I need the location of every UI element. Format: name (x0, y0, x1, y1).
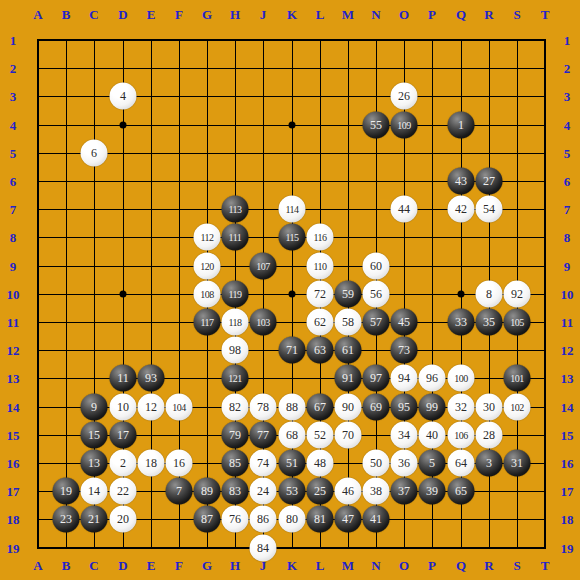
col-label-top-H: H (230, 8, 240, 21)
stone-black-119[interactable]: 119 (222, 281, 249, 308)
row-label-left-3: 3 (10, 90, 17, 103)
col-label-top-A: A (33, 8, 42, 21)
col-label-top-J: J (260, 8, 267, 21)
col-label-top-T: T (541, 8, 550, 21)
row-label-left-19: 19 (7, 542, 20, 555)
stone-white-36[interactable]: 36 (391, 450, 418, 477)
col-label-top-G: G (202, 8, 212, 21)
row-label-left-1: 1 (10, 34, 17, 47)
col-label-bottom-K: K (287, 559, 297, 572)
col-label-top-L: L (316, 8, 325, 21)
stone-white-52[interactable]: 52 (307, 422, 334, 449)
row-label-left-6: 6 (10, 175, 17, 188)
stone-black-111[interactable]: 111 (222, 224, 249, 251)
row-label-left-16: 16 (7, 457, 20, 470)
stone-white-6[interactable]: 6 (81, 140, 108, 167)
grid-line-vertical-T (544, 39, 546, 549)
stone-black-73[interactable]: 73 (391, 337, 418, 364)
stone-black-45[interactable]: 45 (391, 309, 418, 336)
col-label-bottom-G: G (202, 559, 212, 572)
stone-black-31[interactable]: 31 (504, 450, 531, 477)
col-label-top-E: E (147, 8, 156, 21)
stone-black-1[interactable]: 1 (448, 112, 475, 139)
stone-black-107[interactable]: 107 (250, 253, 277, 280)
row-label-right-6: 6 (564, 175, 571, 188)
row-label-right-1: 1 (564, 34, 571, 47)
stone-white-18[interactable]: 18 (138, 450, 165, 477)
row-label-right-5: 5 (564, 147, 571, 160)
stone-black-83[interactable]: 83 (222, 478, 249, 505)
stone-white-86[interactable]: 86 (250, 506, 277, 533)
stone-black-21[interactable]: 21 (81, 506, 108, 533)
row-label-right-18: 18 (561, 513, 574, 526)
row-label-left-2: 2 (10, 62, 17, 75)
col-label-top-N: N (371, 8, 380, 21)
row-label-right-14: 14 (561, 401, 574, 414)
stone-black-25[interactable]: 25 (307, 478, 334, 505)
stone-black-43[interactable]: 43 (448, 168, 475, 195)
col-label-top-P: P (428, 8, 436, 21)
stone-white-106[interactable]: 106 (448, 422, 475, 449)
stone-white-38[interactable]: 38 (363, 478, 390, 505)
col-label-bottom-A: A (33, 559, 42, 572)
stone-white-90[interactable]: 90 (335, 394, 362, 421)
row-label-left-5: 5 (10, 147, 17, 160)
col-label-top-D: D (118, 8, 127, 21)
star-point-K4 (289, 122, 296, 129)
go-app-window: { "game": "go", "board": { "size": 19, "… (0, 0, 580, 580)
row-label-left-11: 11 (7, 316, 19, 329)
col-label-bottom-O: O (399, 559, 409, 572)
stone-white-112[interactable]: 112 (194, 224, 221, 251)
stone-black-3[interactable]: 3 (476, 450, 503, 477)
stone-white-8[interactable]: 8 (476, 281, 503, 308)
stone-black-11[interactable]: 11 (110, 365, 137, 392)
stone-white-2[interactable]: 2 (110, 450, 137, 477)
star-point-D10 (120, 291, 127, 298)
stone-black-117[interactable]: 117 (194, 309, 221, 336)
stone-white-26[interactable]: 26 (391, 83, 418, 110)
stone-black-19[interactable]: 19 (53, 478, 80, 505)
row-label-left-10: 10 (7, 288, 20, 301)
stone-black-77[interactable]: 77 (250, 422, 277, 449)
row-label-right-10: 10 (561, 288, 574, 301)
row-label-right-3: 3 (564, 90, 571, 103)
row-label-right-7: 7 (564, 203, 571, 216)
stone-black-69[interactable]: 69 (363, 394, 390, 421)
stone-white-42[interactable]: 42 (448, 196, 475, 223)
stone-white-72[interactable]: 72 (307, 281, 334, 308)
stone-white-60[interactable]: 60 (363, 253, 390, 280)
row-label-left-13: 13 (7, 372, 20, 385)
stone-black-17[interactable]: 17 (110, 422, 137, 449)
row-label-right-4: 4 (564, 119, 571, 132)
col-label-bottom-D: D (118, 559, 127, 572)
stone-white-92[interactable]: 92 (504, 281, 531, 308)
col-label-bottom-R: R (484, 559, 493, 572)
stone-white-62[interactable]: 62 (307, 309, 334, 336)
stone-white-76[interactable]: 76 (222, 506, 249, 533)
stone-black-51[interactable]: 51 (279, 450, 306, 477)
col-label-bottom-T: T (541, 559, 550, 572)
col-label-bottom-Q: Q (456, 559, 466, 572)
stone-black-9[interactable]: 9 (81, 394, 108, 421)
col-label-top-B: B (62, 8, 71, 21)
stone-white-30[interactable]: 30 (476, 394, 503, 421)
col-label-bottom-B: B (62, 559, 71, 572)
stone-white-116[interactable]: 116 (307, 224, 334, 251)
stone-white-32[interactable]: 32 (448, 394, 475, 421)
col-label-top-S: S (513, 8, 520, 21)
stone-white-28[interactable]: 28 (476, 422, 503, 449)
row-label-right-15: 15 (561, 429, 574, 442)
grid-line-horizontal-19 (37, 547, 546, 549)
col-label-bottom-N: N (371, 559, 380, 572)
row-label-left-7: 7 (10, 203, 17, 216)
stone-white-40[interactable]: 40 (419, 422, 446, 449)
stone-white-118[interactable]: 118 (222, 309, 249, 336)
stone-white-56[interactable]: 56 (363, 281, 390, 308)
col-label-top-C: C (89, 8, 98, 21)
stone-white-82[interactable]: 82 (222, 394, 249, 421)
stone-white-12[interactable]: 12 (138, 394, 165, 421)
row-label-right-8: 8 (564, 231, 571, 244)
stone-white-16[interactable]: 16 (166, 450, 193, 477)
stone-white-100[interactable]: 100 (448, 365, 475, 392)
col-label-bottom-C: C (89, 559, 98, 572)
col-label-bottom-M: M (342, 559, 354, 572)
stone-black-87[interactable]: 87 (194, 506, 221, 533)
row-label-right-16: 16 (561, 457, 574, 470)
stone-white-10[interactable]: 10 (110, 394, 137, 421)
star-point-Q10 (458, 291, 465, 298)
stone-black-89[interactable]: 89 (194, 478, 221, 505)
stone-white-114[interactable]: 114 (279, 196, 306, 223)
col-label-bottom-P: P (428, 559, 436, 572)
stone-black-47[interactable]: 47 (335, 506, 362, 533)
stone-white-54[interactable]: 54 (476, 196, 503, 223)
col-label-top-Q: Q (456, 8, 466, 21)
col-label-bottom-F: F (175, 559, 183, 572)
stone-black-81[interactable]: 81 (307, 506, 334, 533)
stone-white-78[interactable]: 78 (250, 394, 277, 421)
stone-white-24[interactable]: 24 (250, 478, 277, 505)
stone-black-113[interactable]: 113 (222, 196, 249, 223)
stone-white-46[interactable]: 46 (335, 478, 362, 505)
row-label-right-11: 11 (561, 316, 573, 329)
stone-black-115[interactable]: 115 (279, 224, 306, 251)
stone-black-23[interactable]: 23 (53, 506, 80, 533)
stone-black-103[interactable]: 103 (250, 309, 277, 336)
stone-black-91[interactable]: 91 (335, 365, 362, 392)
star-point-D4 (120, 122, 127, 129)
stone-white-80[interactable]: 80 (279, 506, 306, 533)
col-label-bottom-H: H (230, 559, 240, 572)
stone-white-4[interactable]: 4 (110, 83, 137, 110)
stone-black-65[interactable]: 65 (448, 478, 475, 505)
stone-black-41[interactable]: 41 (363, 506, 390, 533)
row-label-right-9: 9 (564, 260, 571, 273)
col-label-top-M: M (342, 8, 354, 21)
stone-black-53[interactable]: 53 (279, 478, 306, 505)
stone-white-20[interactable]: 20 (110, 506, 137, 533)
stone-white-102[interactable]: 102 (504, 394, 531, 421)
col-label-top-R: R (484, 8, 493, 21)
stone-white-120[interactable]: 120 (194, 253, 221, 280)
stone-black-109[interactable]: 109 (391, 112, 418, 139)
stone-black-71[interactable]: 71 (279, 337, 306, 364)
stone-black-27[interactable]: 27 (476, 168, 503, 195)
stone-white-84[interactable]: 84 (250, 535, 277, 562)
stone-white-70[interactable]: 70 (335, 422, 362, 449)
stone-black-61[interactable]: 61 (335, 337, 362, 364)
row-label-left-15: 15 (7, 429, 20, 442)
stone-black-85[interactable]: 85 (222, 450, 249, 477)
stone-black-79[interactable]: 79 (222, 422, 249, 449)
stone-black-97[interactable]: 97 (363, 365, 390, 392)
go-board[interactable]: AA11BB22CC33DD44EE55FF66GG77HH88JJ99KK10… (0, 0, 580, 580)
stone-black-59[interactable]: 59 (335, 281, 362, 308)
stone-white-48[interactable]: 48 (307, 450, 334, 477)
stone-black-55[interactable]: 55 (363, 112, 390, 139)
star-point-K10 (289, 291, 296, 298)
row-label-left-8: 8 (10, 231, 17, 244)
col-label-bottom-L: L (316, 559, 325, 572)
stone-black-101[interactable]: 101 (504, 365, 531, 392)
stone-black-7[interactable]: 7 (166, 478, 193, 505)
stone-black-13[interactable]: 13 (81, 450, 108, 477)
row-label-right-19: 19 (561, 542, 574, 555)
stone-white-104[interactable]: 104 (166, 394, 193, 421)
stone-black-33[interactable]: 33 (448, 309, 475, 336)
col-label-top-O: O (399, 8, 409, 21)
stone-white-68[interactable]: 68 (279, 422, 306, 449)
col-label-top-F: F (175, 8, 183, 21)
stone-black-93[interactable]: 93 (138, 365, 165, 392)
row-label-right-13: 13 (561, 372, 574, 385)
stone-white-88[interactable]: 88 (279, 394, 306, 421)
stone-black-67[interactable]: 67 (307, 394, 334, 421)
stone-black-35[interactable]: 35 (476, 309, 503, 336)
stone-white-64[interactable]: 64 (448, 450, 475, 477)
stone-white-14[interactable]: 14 (81, 478, 108, 505)
stone-white-74[interactable]: 74 (250, 450, 277, 477)
stone-black-63[interactable]: 63 (307, 337, 334, 364)
stone-white-34[interactable]: 34 (391, 422, 418, 449)
stone-white-94[interactable]: 94 (391, 365, 418, 392)
stone-black-105[interactable]: 105 (504, 309, 531, 336)
row-label-left-14: 14 (7, 401, 20, 414)
stone-white-96[interactable]: 96 (419, 365, 446, 392)
stone-black-39[interactable]: 39 (419, 478, 446, 505)
row-label-left-12: 12 (7, 344, 20, 357)
col-label-bottom-E: E (147, 559, 156, 572)
row-label-right-12: 12 (561, 344, 574, 357)
stone-black-5[interactable]: 5 (419, 450, 446, 477)
stone-white-98[interactable]: 98 (222, 337, 249, 364)
row-label-right-17: 17 (561, 485, 574, 498)
stone-black-95[interactable]: 95 (391, 394, 418, 421)
stone-white-58[interactable]: 58 (335, 309, 362, 336)
stone-white-50[interactable]: 50 (363, 450, 390, 477)
stone-black-57[interactable]: 57 (363, 309, 390, 336)
stone-black-15[interactable]: 15 (81, 422, 108, 449)
col-label-bottom-S: S (513, 559, 520, 572)
row-label-right-2: 2 (564, 62, 571, 75)
stone-white-108[interactable]: 108 (194, 281, 221, 308)
row-label-left-17: 17 (7, 485, 20, 498)
row-label-left-18: 18 (7, 513, 20, 526)
stone-white-22[interactable]: 22 (110, 478, 137, 505)
stone-black-37[interactable]: 37 (391, 478, 418, 505)
stone-white-110[interactable]: 110 (307, 253, 334, 280)
stone-black-99[interactable]: 99 (419, 394, 446, 421)
row-label-left-4: 4 (10, 119, 17, 132)
row-label-left-9: 9 (10, 260, 17, 273)
stone-white-44[interactable]: 44 (391, 196, 418, 223)
stone-black-121[interactable]: 121 (222, 365, 249, 392)
col-label-top-K: K (287, 8, 297, 21)
